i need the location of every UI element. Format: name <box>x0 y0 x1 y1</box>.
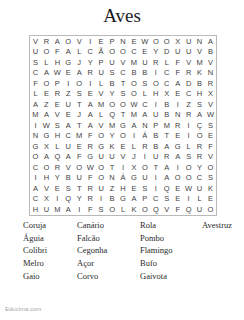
grid-cell[interactable]: B <box>128 68 139 79</box>
grid-cell[interactable]: T <box>161 131 172 142</box>
grid-cell[interactable]: V <box>96 89 107 100</box>
grid-cell[interactable]: U <box>63 99 74 110</box>
grid-cell[interactable]: G <box>172 141 183 152</box>
grid-cell[interactable]: V <box>118 57 129 68</box>
grid-cell[interactable]: I <box>52 194 63 205</box>
grid-cell[interactable]: A <box>139 110 150 121</box>
grid-cell[interactable]: E <box>172 131 183 142</box>
grid-cell[interactable]: K <box>128 204 139 215</box>
grid-cell[interactable]: I <box>150 99 161 110</box>
grid-cell[interactable]: L <box>74 47 85 58</box>
grid-cell[interactable]: Y <box>52 173 63 184</box>
grid-cell[interactable]: Ã <box>96 47 107 58</box>
grid-cell[interactable]: I <box>30 173 41 184</box>
grid-cell[interactable]: O <box>107 204 118 215</box>
grid-cell[interactable]: I <box>30 120 41 131</box>
grid-cell[interactable]: H <box>52 57 63 68</box>
grid-cell[interactable]: Ç <box>194 120 205 131</box>
grid-cell[interactable]: B <box>150 141 161 152</box>
grid-cell[interactable]: B <box>107 194 118 205</box>
grid-cell[interactable]: C <box>139 99 150 110</box>
grid-cell[interactable]: C <box>63 131 74 142</box>
word-item: Bufo <box>140 257 173 270</box>
grid-cell[interactable]: X <box>205 89 216 100</box>
grid-cell[interactable]: T <box>74 183 85 194</box>
grid-cell[interactable]: R <box>172 120 183 131</box>
grid-cell[interactable]: I <box>183 131 194 142</box>
grid-cell[interactable]: A <box>85 99 96 110</box>
word-item: Pombo <box>140 232 173 245</box>
grid-cell[interactable]: O <box>96 162 107 173</box>
grid-cell[interactable]: L <box>30 89 41 100</box>
grid-cell[interactable]: R <box>41 36 52 47</box>
word-item: Avestruz <box>202 219 232 232</box>
grid-cell[interactable]: L <box>194 194 205 205</box>
grid-cell[interactable]: O <box>205 204 216 215</box>
grid-cell[interactable]: T <box>118 110 129 121</box>
grid-cell[interactable]: C <box>85 47 96 58</box>
grid-cell[interactable]: A <box>63 47 74 58</box>
grid-cell[interactable]: S <box>30 57 41 68</box>
grid-cell[interactable]: K <box>205 183 216 194</box>
grid-cell[interactable]: R <box>85 183 96 194</box>
grid-cell[interactable]: R <box>205 78 216 89</box>
grid-cell[interactable]: H <box>150 89 161 100</box>
grid-cell[interactable]: O <box>128 89 139 100</box>
grid-cell[interactable]: O <box>118 131 129 142</box>
grid-cell[interactable]: S <box>107 68 118 79</box>
grid-cell[interactable]: U <box>194 183 205 194</box>
grid-cell[interactable]: H <box>52 131 63 142</box>
word-item: Flamingo <box>140 244 173 257</box>
grid-cell[interactable]: U <box>194 204 205 215</box>
grid-cell[interactable]: F <box>172 57 183 68</box>
grid-cell[interactable]: O <box>63 36 74 47</box>
grid-cell[interactable]: T <box>74 120 85 131</box>
grid-cell[interactable]: M <box>30 110 41 121</box>
grid-cell[interactable]: Q <box>161 183 172 194</box>
grid-cell[interactable]: J <box>74 57 85 68</box>
grid-cell[interactable]: L <box>161 57 172 68</box>
grid-cell[interactable]: K <box>107 141 118 152</box>
grid-cell[interactable]: G <box>30 141 41 152</box>
grid-cell[interactable]: G <box>118 194 129 205</box>
grid-cell[interactable]: M <box>107 120 118 131</box>
grid-cell[interactable]: L <box>183 141 194 152</box>
grid-cell[interactable]: I <box>183 194 194 205</box>
grid-cell[interactable]: O <box>150 36 161 47</box>
grid-cell[interactable]: I <box>63 78 74 89</box>
grid-cell[interactable]: N <box>172 110 183 121</box>
grid-cell[interactable]: U <box>107 57 118 68</box>
grid-cell[interactable]: T <box>107 162 118 173</box>
grid-cell[interactable]: A <box>30 99 41 110</box>
grid-cell[interactable]: U <box>150 152 161 163</box>
grid-cell[interactable]: F <box>85 204 96 215</box>
grid-cell[interactable]: A <box>41 110 52 121</box>
word-list-column-1: CorujaÁguiaColibriMelroGaio <box>23 219 47 282</box>
grid-cell[interactable]: M <box>194 57 205 68</box>
grid-cell[interactable]: I <box>172 99 183 110</box>
grid-cell[interactable]: Z <box>63 89 74 100</box>
grid-cell[interactable]: B <box>150 131 161 142</box>
grid-cell[interactable]: E <box>205 131 216 142</box>
grid-cell[interactable]: A <box>161 162 172 173</box>
grid-cell[interactable]: R <box>183 110 194 121</box>
grid-cell[interactable]: C <box>128 47 139 58</box>
grid-cell[interactable]: R <box>150 57 161 68</box>
grid-cell[interactable]: O <box>96 173 107 184</box>
grid-cell[interactable]: I <box>139 152 150 163</box>
grid-cell[interactable]: I <box>85 78 96 89</box>
grid-cell[interactable]: W <box>41 120 52 131</box>
grid-cell[interactable]: D <box>183 78 194 89</box>
grid-cell[interactable]: V <box>74 36 85 47</box>
grid-cell[interactable]: U <box>96 152 107 163</box>
grid-cell[interactable]: R <box>85 194 96 205</box>
grid-cell[interactable]: S <box>194 99 205 110</box>
grid-cell[interactable]: Á <box>139 131 150 142</box>
grid-cell[interactable]: V <box>205 57 216 68</box>
grid-cell[interactable]: T <box>150 162 161 173</box>
grid-cell[interactable]: N <box>107 173 118 184</box>
grid-cell[interactable]: G <box>96 141 107 152</box>
grid-cell[interactable]: R <box>161 152 172 163</box>
watermark: Educima.com <box>5 306 41 312</box>
grid-cell[interactable]: C <box>194 173 205 184</box>
grid-cell[interactable]: E <box>63 110 74 121</box>
grid-cell[interactable]: F <box>74 152 85 163</box>
grid-cell[interactable]: A <box>85 120 96 131</box>
grid-cell[interactable]: F <box>85 173 96 184</box>
grid-cell[interactable]: O <box>107 99 118 110</box>
grid-cell[interactable]: F <box>172 68 183 79</box>
grid-cell[interactable]: Q <box>150 204 161 215</box>
grid-cell[interactable]: O <box>139 204 150 215</box>
grid-cell[interactable]: V <box>161 204 172 215</box>
grid-cell[interactable]: Y <box>74 194 85 205</box>
grid-cell[interactable]: U <box>107 152 118 163</box>
grid-cell[interactable]: P <box>96 57 107 68</box>
grid-cell[interactable]: B <box>139 68 150 79</box>
grid-cell[interactable]: E <box>74 141 85 152</box>
grid-cell[interactable]: S <box>52 120 63 131</box>
grid-cell[interactable]: S <box>205 120 216 131</box>
grid-cell[interactable]: X <box>161 89 172 100</box>
grid-cell[interactable]: U <box>150 110 161 121</box>
grid-cell[interactable]: J <box>128 152 139 163</box>
grid-cell[interactable]: V <box>118 152 129 163</box>
grid-cell[interactable]: G <box>41 131 52 142</box>
grid-cell[interactable]: O <box>183 162 194 173</box>
word-item: Rola <box>140 219 173 232</box>
grid-cell[interactable]: I <box>183 120 194 131</box>
grid-cell[interactable]: E <box>52 99 63 110</box>
grid-cell[interactable]: E <box>172 194 183 205</box>
grid-cell[interactable]: E <box>63 68 74 79</box>
grid-cell[interactable]: A <box>172 78 183 89</box>
word-item: Açor <box>77 257 107 270</box>
grid-cell[interactable]: V <box>205 99 216 110</box>
grid-cell[interactable]: E <box>85 89 96 100</box>
grid-cell[interactable]: E <box>139 47 150 58</box>
grid-cell[interactable]: A <box>52 36 63 47</box>
grid-cell[interactable]: U <box>183 36 194 47</box>
grid-cell[interactable]: C <box>30 162 41 173</box>
grid-cell[interactable]: I <box>118 162 129 173</box>
word-item: Falcão <box>77 232 107 245</box>
grid-cell[interactable]: Q <box>107 110 118 121</box>
grid-cell[interactable]: X <box>41 194 52 205</box>
grid-cell[interactable]: A <box>172 152 183 163</box>
grid-cell[interactable]: R <box>85 141 96 152</box>
grid-cell[interactable]: N <box>194 36 205 47</box>
grid-cell[interactable]: W <box>205 110 216 121</box>
grid-cell[interactable]: L <box>128 141 139 152</box>
grid-cell[interactable]: E <box>172 89 183 100</box>
grid-cell[interactable]: O <box>150 78 161 89</box>
grid-cell[interactable]: O <box>96 131 107 142</box>
grid-cell[interactable]: C <box>183 89 194 100</box>
grid-cell[interactable]: V <box>63 162 74 173</box>
grid-cell[interactable]: H <box>194 89 205 100</box>
grid-cell[interactable]: U <box>139 173 150 184</box>
grid-cell[interactable]: G <box>63 57 74 68</box>
grid-cell[interactable]: S <box>161 194 172 205</box>
grid-cell[interactable]: Y <box>107 131 118 142</box>
grid-cell[interactable]: O <box>194 131 205 142</box>
grid-cell[interactable]: H <box>118 183 129 194</box>
grid-cell[interactable]: K <box>194 68 205 79</box>
grid-cell[interactable]: Y <box>150 47 161 58</box>
grid-cell[interactable]: F <box>85 131 96 142</box>
grid-cell[interactable]: M <box>128 110 139 121</box>
grid-cell[interactable]: C <box>161 78 172 89</box>
grid-cell[interactable]: R <box>52 89 63 100</box>
grid-cell[interactable]: U <box>139 57 150 68</box>
grid-cell[interactable]: E <box>128 36 139 47</box>
grid-cell[interactable]: V <box>205 152 216 163</box>
grid-cell[interactable]: Q <box>63 194 74 205</box>
grid-cell[interactable]: N <box>30 131 41 142</box>
grid-cell[interactable]: S <box>63 183 74 194</box>
grid-cell[interactable]: H <box>41 173 52 184</box>
grid-cell[interactable]: A <box>128 194 139 205</box>
grid-cell[interactable]: N <box>139 120 150 131</box>
grid-cell[interactable]: A <box>30 183 41 194</box>
grid-cell[interactable]: F <box>205 141 216 152</box>
grid-cell[interactable]: U <box>172 47 183 58</box>
grid-cell[interactable]: O <box>183 173 194 184</box>
grid-cell[interactable]: C <box>30 194 41 205</box>
grid-cell[interactable]: E <box>205 194 216 205</box>
grid-cell[interactable]: X <box>128 162 139 173</box>
grid-cell[interactable]: O <box>205 162 216 173</box>
grid-cell[interactable]: L <box>139 89 150 100</box>
grid-cell[interactable]: A <box>41 152 52 163</box>
grid-cell[interactable]: B <box>205 47 216 58</box>
grid-cell[interactable]: R <box>194 141 205 152</box>
grid-cell[interactable]: S <box>74 89 85 100</box>
grid-cell[interactable]: W <box>139 36 150 47</box>
grid-cell[interactable]: R <box>85 68 96 79</box>
grid-cell[interactable]: B <box>161 99 172 110</box>
grid-cell[interactable]: I <box>172 162 183 173</box>
grid-cell[interactable]: C <box>161 68 172 79</box>
grid-cell[interactable]: O <box>41 78 52 89</box>
grid-cell[interactable]: C <box>150 194 161 205</box>
grid-cell[interactable]: J <box>74 110 85 121</box>
grid-cell[interactable]: U <box>74 173 85 184</box>
grid-cell[interactable]: D <box>161 47 172 58</box>
grid-cell[interactable]: A <box>161 173 172 184</box>
grid-cell[interactable]: P <box>139 194 150 205</box>
grid-cell[interactable]: Z <box>183 99 194 110</box>
grid-cell[interactable]: Q <box>52 152 63 163</box>
grid-cell[interactable]: O <box>161 36 172 47</box>
grid-cell[interactable]: S <box>205 173 216 184</box>
grid-cell[interactable]: M <box>74 131 85 142</box>
grid-cell[interactable]: I <box>85 36 96 47</box>
grid-cell[interactable]: L <box>52 141 63 152</box>
grid-cell[interactable]: E <box>172 183 183 194</box>
grid-cell[interactable]: V <box>41 183 52 194</box>
grid-cell[interactable]: Y <box>107 89 118 100</box>
grid-cell[interactable]: B <box>63 173 74 184</box>
grid-cell[interactable]: G <box>85 152 96 163</box>
grid-cell[interactable]: W <box>183 183 194 194</box>
grid-cell[interactable]: O <box>41 47 52 58</box>
grid-cell[interactable]: L <box>118 204 129 215</box>
grid-cell[interactable]: R <box>52 162 63 173</box>
grid-cell[interactable]: O <box>172 173 183 184</box>
grid-cell[interactable]: A <box>74 68 85 79</box>
grid-cell[interactable]: A <box>63 152 74 163</box>
grid-cell[interactable]: B <box>161 110 172 121</box>
grid-cell[interactable]: N <box>205 68 216 79</box>
grid-cell[interactable]: A <box>205 36 216 47</box>
grid-cell[interactable]: L <box>96 78 107 89</box>
grid-cell[interactable]: Á <box>118 173 129 184</box>
grid-cell[interactable]: U <box>30 47 41 58</box>
grid-cell[interactable]: L <box>96 110 107 121</box>
grid-cell[interactable]: Z <box>107 183 118 194</box>
grid-cell[interactable]: R <box>139 141 150 152</box>
grid-cell[interactable]: I <box>128 131 139 142</box>
grid-cell[interactable]: E <box>52 183 63 194</box>
grid-cell[interactable]: A <box>194 110 205 121</box>
grid-cell[interactable]: P <box>150 120 161 131</box>
grid-cell[interactable]: P <box>52 78 63 89</box>
word-item: Colibri <box>23 244 47 257</box>
grid-cell[interactable]: I <box>96 194 107 205</box>
grid-cell[interactable]: E <box>41 89 52 100</box>
grid-cell[interactable]: M <box>128 57 139 68</box>
grid-cell[interactable]: H <box>30 204 41 215</box>
grid-cell[interactable]: Y <box>85 57 96 68</box>
grid-cell[interactable]: C <box>30 68 41 79</box>
grid-cell[interactable]: T <box>118 78 129 89</box>
grid-cell[interactable]: M <box>96 99 107 110</box>
grid-cell[interactable]: I <box>150 183 161 194</box>
grid-cell[interactable]: A <box>128 120 139 131</box>
grid-cell[interactable]: A <box>161 141 172 152</box>
grid-cell[interactable]: O <box>118 47 129 58</box>
grid-cell[interactable]: O <box>118 99 129 110</box>
grid-cell[interactable]: W <box>128 99 139 110</box>
grid-cell[interactable]: F <box>172 204 183 215</box>
grid-cell[interactable]: V <box>194 47 205 58</box>
grid-cell[interactable]: R <box>194 152 205 163</box>
grid-cell[interactable]: S <box>139 78 150 89</box>
grid-cell[interactable]: V <box>30 36 41 47</box>
grid-cell[interactable]: O <box>30 152 41 163</box>
grid-cell[interactable]: O <box>74 162 85 173</box>
word-item: Águia <box>23 232 47 245</box>
grid-cell[interactable]: F <box>52 47 63 58</box>
grid-cell[interactable]: M <box>52 204 63 215</box>
grid-cell[interactable]: S <box>183 152 194 163</box>
grid-cell[interactable]: O <box>107 47 118 58</box>
grid-cell[interactable]: I <box>150 173 161 184</box>
grid-cell[interactable]: Z <box>41 99 52 110</box>
grid-cell[interactable]: W <box>52 68 63 79</box>
grid-cell[interactable]: X <box>41 141 52 152</box>
grid-cell[interactable]: A <box>63 204 74 215</box>
grid-cell[interactable]: U <box>63 141 74 152</box>
grid-cell[interactable]: O <box>41 162 52 173</box>
grid-cell[interactable]: I <box>74 204 85 215</box>
grid-cell[interactable]: V <box>183 57 194 68</box>
grid-cell[interactable]: R <box>183 68 194 79</box>
grid-cell[interactable]: B <box>107 78 118 89</box>
grid-cell[interactable]: C <box>118 68 129 79</box>
grid-cell[interactable]: E <box>128 183 139 194</box>
grid-cell[interactable]: G <box>118 120 129 131</box>
grid-cell[interactable]: O <box>74 78 85 89</box>
grid-cell[interactable]: U <box>183 47 194 58</box>
grid-cell[interactable]: B <box>194 78 205 89</box>
grid-cell[interactable]: V <box>96 120 107 131</box>
grid-cell[interactable]: L <box>41 57 52 68</box>
grid-cell[interactable]: X <box>172 36 183 47</box>
grid-cell[interactable]: O <box>139 162 150 173</box>
grid-cell[interactable]: Y <box>194 162 205 173</box>
grid-cell[interactable]: U <box>96 68 107 79</box>
grid-cell[interactable]: M <box>161 120 172 131</box>
grid-cell[interactable]: I <box>150 68 161 79</box>
grid-cell[interactable]: T <box>74 99 85 110</box>
grid-cell[interactable]: S <box>96 204 107 215</box>
grid-cell[interactable]: W <box>85 162 96 173</box>
grid-cell[interactable]: G <box>128 173 139 184</box>
grid-cell[interactable]: P <box>107 36 118 47</box>
grid-cell[interactable]: E <box>118 141 129 152</box>
grid-cell[interactable]: S <box>118 89 129 100</box>
grid-cell[interactable]: O <box>128 78 139 89</box>
grid-cell[interactable]: A <box>63 120 74 131</box>
grid-cell[interactable]: Q <box>183 204 194 215</box>
grid-cell[interactable]: F <box>30 78 41 89</box>
grid-cell[interactable]: N <box>118 36 129 47</box>
grid-cell[interactable]: A <box>85 110 96 121</box>
grid-cell[interactable]: U <box>41 204 52 215</box>
grid-cell[interactable]: V <box>52 110 63 121</box>
grid-cell[interactable]: A <box>41 68 52 79</box>
grid-cell[interactable]: S <box>139 183 150 194</box>
grid-cell[interactable]: E <box>96 36 107 47</box>
grid-cell[interactable]: U <box>96 183 107 194</box>
